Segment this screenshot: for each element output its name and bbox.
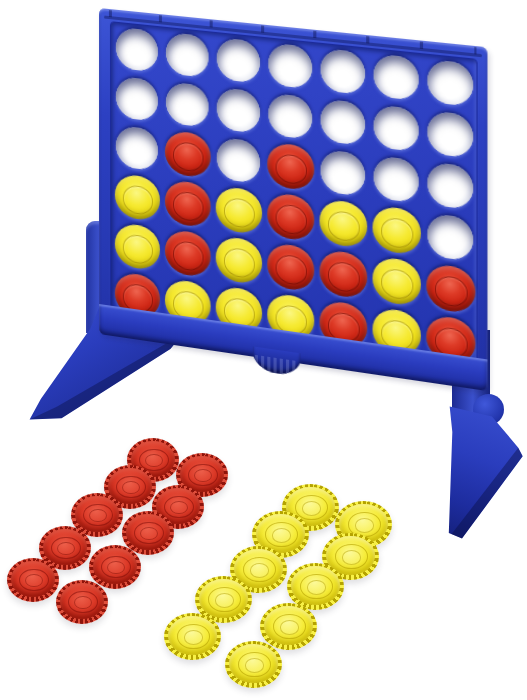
red-disc-face <box>75 496 119 532</box>
yellow-disc <box>372 205 420 256</box>
empty-hole <box>217 37 260 83</box>
red-disc <box>164 229 210 279</box>
empty-hole <box>116 27 158 73</box>
cell-c3 <box>213 182 264 238</box>
cell-g5 <box>423 106 478 164</box>
cell-b2 <box>162 225 213 281</box>
stand-right-foot <box>440 398 527 540</box>
yellow-disc <box>372 256 420 307</box>
cell-f6 <box>369 49 423 106</box>
yellow-disc <box>114 222 159 271</box>
empty-hole <box>321 149 365 197</box>
cell-e6 <box>316 43 369 99</box>
empty-hole <box>321 98 365 145</box>
cell-d3 <box>264 188 316 245</box>
cell-a2 <box>112 219 162 275</box>
empty-hole <box>217 87 260 134</box>
yellow-disc-face <box>168 616 217 655</box>
cell-e2 <box>316 245 369 303</box>
empty-hole <box>116 76 158 122</box>
yellow-disc <box>215 185 261 235</box>
cell-f3 <box>369 201 423 259</box>
cell-b4 <box>162 126 213 182</box>
yellow-disc-face <box>291 566 340 605</box>
empty-hole <box>321 48 365 95</box>
cell-g2 <box>423 259 478 318</box>
cell-g4 <box>423 157 478 215</box>
yellow-disc <box>319 198 367 249</box>
cell-d6 <box>264 38 316 94</box>
empty-hole <box>166 81 209 127</box>
empty-hole <box>268 93 312 140</box>
cell-c6 <box>213 33 264 88</box>
cell-b3 <box>162 176 213 232</box>
connect-four-product-photo <box>0 0 527 700</box>
empty-hole <box>374 104 419 152</box>
yellow-tray-disc <box>260 603 317 650</box>
red-disc-face <box>11 561 55 597</box>
yellow-disc-face <box>229 644 278 683</box>
red-disc-face <box>93 548 137 584</box>
empty-hole <box>217 137 260 184</box>
yellow-tray-disc <box>225 641 282 688</box>
cell-a4 <box>112 121 162 176</box>
red-disc <box>267 142 314 192</box>
red-disc <box>164 179 210 228</box>
red-disc-face <box>43 529 87 565</box>
disc-release-tab <box>253 346 301 377</box>
cell-e3 <box>316 195 369 252</box>
cell-a5 <box>112 71 162 126</box>
empty-hole <box>166 32 209 78</box>
red-disc <box>426 263 475 315</box>
cell-b5 <box>162 77 213 132</box>
red-disc <box>319 249 367 300</box>
cell-f4 <box>369 151 423 209</box>
cell-g3 <box>423 208 478 266</box>
cell-g6 <box>423 54 478 111</box>
yellow-tray-disc <box>164 613 221 660</box>
cell-f5 <box>369 100 423 157</box>
red-disc <box>164 130 210 179</box>
cell-e4 <box>316 144 369 201</box>
yellow-disc-face <box>199 579 248 618</box>
empty-hole <box>427 213 473 262</box>
yellow-disc <box>215 235 261 285</box>
red-disc <box>267 242 314 292</box>
cell-a6 <box>112 22 162 77</box>
yellow-disc-face <box>264 606 313 645</box>
cell-c2 <box>213 232 264 289</box>
cell-c5 <box>213 82 264 138</box>
cell-d2 <box>264 239 316 296</box>
red-disc-face <box>126 514 170 550</box>
empty-hole <box>116 125 158 171</box>
red-tray-disc <box>89 545 141 589</box>
red-disc-face <box>60 583 104 619</box>
connect-four-board <box>99 8 487 391</box>
empty-hole <box>374 53 419 101</box>
cell-d5 <box>264 88 316 144</box>
empty-hole <box>374 155 419 203</box>
red-tray-disc <box>7 558 59 602</box>
cell-c4 <box>213 132 264 188</box>
empty-hole <box>268 43 312 90</box>
empty-hole <box>427 59 473 107</box>
empty-hole <box>427 162 473 211</box>
empty-hole <box>427 110 473 158</box>
red-disc <box>267 192 314 242</box>
cell-d4 <box>264 138 316 195</box>
yellow-disc <box>114 173 159 222</box>
red-tray-disc <box>56 580 108 624</box>
cell-b6 <box>162 27 213 82</box>
cell-a3 <box>112 170 162 226</box>
cell-f2 <box>369 252 423 310</box>
cell-e5 <box>316 94 369 151</box>
